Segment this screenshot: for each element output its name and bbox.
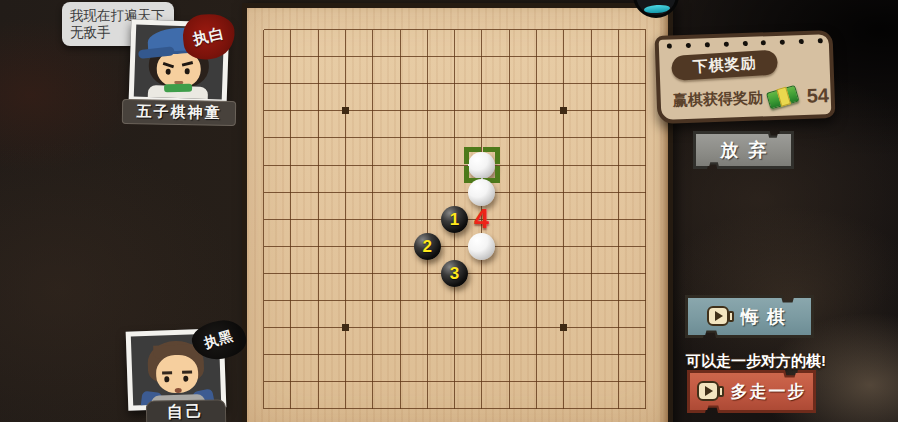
self-name-banner: 自己 — [146, 399, 226, 422]
grid-line-h — [264, 246, 646, 247]
play-triangle-icon — [715, 311, 723, 321]
star-point — [342, 324, 349, 331]
game-screen: 1234 我现在打遍天下无敌手 执白 五子棋神童 — [0, 0, 898, 422]
move-number: 2 — [423, 238, 432, 255]
extra-move-button[interactable]: 多走一步 — [687, 370, 816, 413]
grid-line-v — [645, 30, 646, 409]
give-up-label: 放弃 — [711, 138, 777, 162]
grid-line-h — [264, 408, 646, 409]
grid-line-v — [509, 30, 510, 409]
board-grid: 1234 — [247, 8, 668, 422]
reward-title-ribbon: 下棋奖励 — [671, 49, 778, 80]
video-ad-icon — [707, 306, 733, 328]
reward-amount: 54 — [806, 84, 829, 108]
camera-tab — [718, 386, 724, 397]
grid-line-v — [536, 30, 537, 409]
undo-button[interactable]: 悔棋 — [685, 295, 814, 338]
star-point — [342, 107, 349, 114]
grid-line-h — [264, 381, 646, 382]
opponent-name-banner: 五子棋神童 — [122, 99, 236, 126]
reward-desc: 赢棋获得奖励 — [672, 88, 763, 110]
move-number: 1 — [450, 211, 459, 228]
extra-move-label: 多走一步 — [731, 380, 807, 403]
eyebrow — [182, 370, 192, 373]
black-stone: 2 — [414, 233, 441, 260]
side-badge-white: 执白 — [180, 11, 237, 62]
grid-line-v — [563, 30, 564, 409]
star-point — [560, 107, 567, 114]
star-point — [560, 324, 567, 331]
black-stone: 1 — [441, 206, 468, 233]
black-stone: 3 — [441, 260, 468, 287]
reward-panel: 下棋奖励 赢棋获得奖励 54 — [655, 30, 836, 124]
give-up-button[interactable]: 放弃 — [693, 131, 794, 169]
green-collar — [164, 84, 192, 92]
camera-tab — [728, 311, 734, 322]
side-badge-black-label: 执黑 — [202, 327, 236, 353]
white-stone — [468, 179, 495, 206]
grid-line-v — [591, 30, 592, 409]
crescent-icon — [644, 4, 670, 14]
white-stone — [468, 233, 495, 260]
opponent-name: 五子棋神童 — [136, 102, 221, 122]
last-move-marker — [464, 147, 500, 183]
extra-move-hint: 可以走一步对方的棋! — [658, 352, 854, 371]
move-number: 3 — [450, 265, 459, 282]
video-ad-icon — [697, 381, 723, 403]
grid-line-h — [264, 354, 646, 355]
move-annotation: 4 — [474, 206, 489, 233]
reward-title: 下棋奖励 — [692, 54, 757, 77]
stitch-dots — [667, 38, 823, 48]
gomoku-board[interactable]: 1234 — [242, 3, 673, 422]
side-badge-white-label: 执白 — [191, 24, 226, 50]
money-icon — [766, 84, 799, 109]
grid-line-h — [264, 327, 646, 328]
undo-label: 悔棋 — [741, 305, 793, 329]
self-name: 自己 — [167, 401, 205, 422]
eyebrow — [162, 371, 172, 374]
play-triangle-icon — [705, 386, 713, 396]
grid-line-v — [618, 30, 619, 409]
reward-line: 赢棋获得奖励 54 — [672, 80, 833, 116]
grid-line-h — [264, 300, 646, 301]
